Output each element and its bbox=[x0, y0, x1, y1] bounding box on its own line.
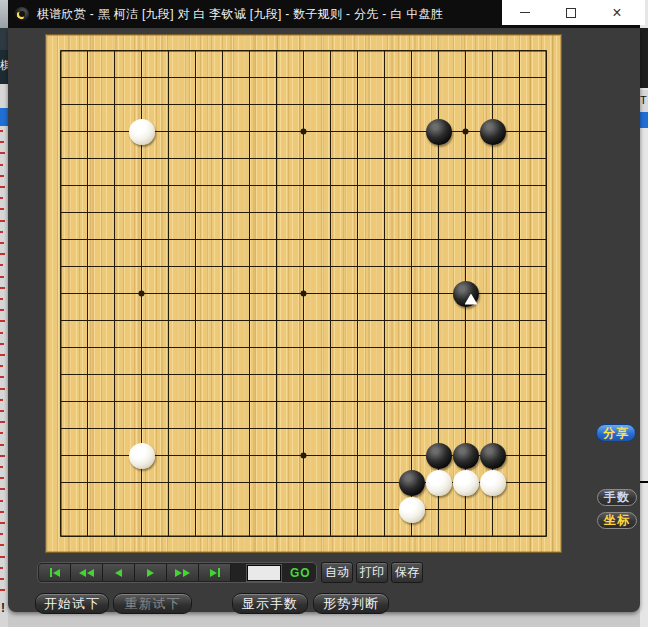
move-number-input[interactable] bbox=[247, 565, 281, 581]
main-window: 分享 手数 坐标 GO 自动 打印 保存 开始试下 重新试下 显示手数 形势判断 bbox=[8, 28, 640, 612]
stone-P3 bbox=[453, 470, 479, 496]
close-icon: × bbox=[612, 5, 621, 21]
background-right-divider bbox=[640, 481, 648, 483]
share-button[interactable]: 分享 bbox=[596, 424, 636, 442]
go-to-end-icon bbox=[210, 569, 217, 577]
background-left-titlebar bbox=[0, 0, 8, 28]
last-move-marker bbox=[465, 294, 478, 305]
minimize-icon bbox=[520, 12, 530, 13]
stone-D4 bbox=[129, 443, 155, 469]
nav-fast-forward-button[interactable] bbox=[167, 564, 199, 581]
background-right-text-fragment: T bbox=[640, 90, 648, 112]
stone-N3 bbox=[399, 470, 425, 496]
maximize-button[interactable] bbox=[548, 0, 594, 25]
step-forward-icon bbox=[147, 569, 154, 577]
maximize-icon bbox=[566, 8, 576, 18]
restart-trial-button[interactable]: 重新试下 bbox=[113, 593, 192, 614]
background-left-header bbox=[0, 28, 8, 50]
nav-first-button[interactable] bbox=[39, 564, 71, 581]
move-count-button[interactable]: 手数 bbox=[597, 489, 637, 506]
stone-Q4 bbox=[480, 443, 506, 469]
app-icon bbox=[14, 7, 29, 22]
stone-Q3 bbox=[480, 470, 506, 496]
background-right-selected-row bbox=[640, 112, 648, 128]
background-window-left: 棋 ! bbox=[0, 0, 8, 627]
stone-D16 bbox=[129, 119, 155, 145]
background-right-header bbox=[640, 28, 648, 88]
background-left-selected-row bbox=[0, 108, 8, 126]
nav-forward-button[interactable] bbox=[135, 564, 167, 581]
fast-forward-icon bbox=[175, 569, 182, 577]
close-button[interactable]: × bbox=[594, 0, 640, 25]
stone-O3 bbox=[426, 470, 452, 496]
background-left-text-fragment: ! bbox=[1, 601, 5, 615]
print-button[interactable]: 打印 bbox=[356, 562, 388, 583]
background-window-right: T bbox=[640, 0, 648, 627]
navigation-bar: GO bbox=[37, 562, 317, 583]
nav-back-button[interactable] bbox=[103, 564, 135, 581]
save-button[interactable]: 保存 bbox=[391, 562, 423, 583]
auto-play-button[interactable]: 自动 bbox=[321, 562, 353, 583]
app-icon-swirl bbox=[16, 12, 24, 20]
background-left-tab: 棋 bbox=[0, 50, 8, 84]
show-move-numbers-button[interactable]: 显示手数 bbox=[232, 593, 308, 614]
stone-Q10 bbox=[453, 281, 479, 307]
coordinates-button[interactable]: 坐标 bbox=[597, 512, 637, 529]
nav-fast-back-button[interactable] bbox=[71, 564, 103, 581]
position-judge-button[interactable]: 形势判断 bbox=[313, 593, 389, 614]
window-title: 棋谱欣赏 - 黑 柯洁 [九段] 对 白 李钦诚 [九段] - 数子规则 - 分… bbox=[37, 6, 443, 23]
go-button[interactable]: GO bbox=[290, 566, 311, 580]
go-to-start-icon bbox=[50, 568, 52, 577]
stone-O4 bbox=[426, 443, 452, 469]
fast-backward-icon bbox=[79, 569, 86, 577]
go-board[interactable] bbox=[45, 34, 562, 553]
step-backward-icon bbox=[115, 569, 122, 577]
stones-layer bbox=[47, 37, 560, 550]
stone-O16 bbox=[426, 119, 452, 145]
stone-P4 bbox=[453, 443, 479, 469]
minimize-button[interactable] bbox=[502, 0, 548, 25]
start-trial-button[interactable]: 开始试下 bbox=[35, 593, 109, 614]
nav-last-button[interactable] bbox=[199, 564, 231, 581]
stone-R16 bbox=[480, 119, 506, 145]
stone-N2 bbox=[399, 497, 425, 523]
caption-button-panel: × bbox=[502, 0, 645, 25]
